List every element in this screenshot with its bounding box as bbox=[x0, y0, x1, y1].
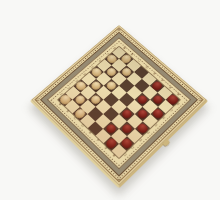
checkers-field bbox=[58, 46, 181, 158]
coord-label: 7 bbox=[169, 110, 172, 113]
coord-label: 3 bbox=[138, 139, 141, 142]
coord-label: 2 bbox=[131, 147, 134, 150]
latch-knob bbox=[162, 139, 170, 147]
coord-label: 1 bbox=[123, 154, 126, 157]
coord-label: 5 bbox=[154, 124, 157, 127]
coord-label: 8 bbox=[176, 103, 179, 106]
wooden-game-board: ABCDEFGH ABCDEFGH 87654321 87654321 bbox=[30, 25, 208, 189]
coord-label: 4 bbox=[146, 132, 149, 135]
coord-label: 6 bbox=[161, 117, 164, 120]
product-photo-background: ABCDEFGH ABCDEFGH 87654321 87654321 bbox=[0, 0, 220, 200]
